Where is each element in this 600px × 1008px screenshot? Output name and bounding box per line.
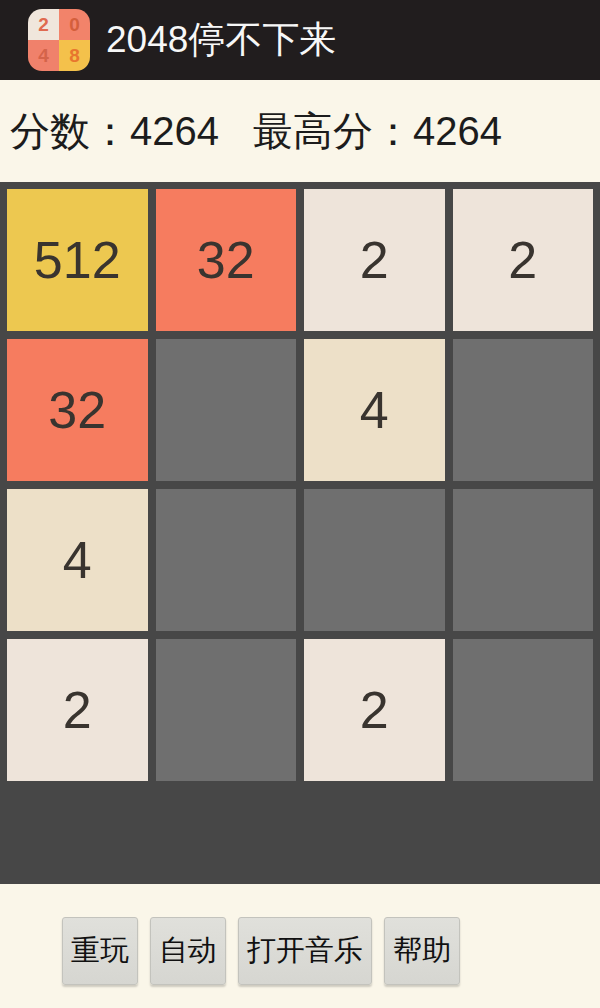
cell-r2c1-tile-32: 32 <box>7 339 148 481</box>
cell-r4c4-empty <box>453 639 594 781</box>
app-icon-quadrant-0: 0 <box>59 9 90 40</box>
best-score-group: 最高分：4264 <box>253 104 502 159</box>
board-grid: 5123222324422 <box>7 189 593 781</box>
music-toggle-button[interactable]: 打开音乐 <box>238 917 372 985</box>
cell-r2c4-empty <box>453 339 594 481</box>
score-row: 分数：4264 最高分：4264 <box>0 80 600 182</box>
cell-r3c2-empty <box>156 489 297 631</box>
cell-r2c2-empty <box>156 339 297 481</box>
auto-button[interactable]: 自动 <box>150 917 226 985</box>
replay-button[interactable]: 重玩 <box>62 917 138 985</box>
cell-r1c1-tile-512: 512 <box>7 189 148 331</box>
best-score-label: 最高分： <box>253 109 413 153</box>
title-bar: 2 0 4 8 2048停不下来 <box>0 0 600 80</box>
app-screen: 2 0 4 8 2048停不下来 分数：4264 最高分：4264 512322… <box>0 0 600 1008</box>
app-icon-quadrant-4: 4 <box>28 40 59 71</box>
cell-r2c3-tile-4: 4 <box>304 339 445 481</box>
score-group: 分数：4264 <box>10 104 219 159</box>
help-button[interactable]: 帮助 <box>384 917 460 985</box>
controls-bar: 重玩 自动 打开音乐 帮助 <box>0 884 600 1008</box>
best-score-value: 4264 <box>413 109 502 153</box>
cell-r3c4-empty <box>453 489 594 631</box>
game-board[interactable]: 5123222324422 <box>0 182 600 884</box>
score-value: 4264 <box>130 109 219 153</box>
app-icon: 2 0 4 8 <box>28 9 90 71</box>
cell-r3c3-empty <box>304 489 445 631</box>
cell-r1c3-tile-2: 2 <box>304 189 445 331</box>
app-icon-quadrant-8: 8 <box>59 40 90 71</box>
cell-r4c2-empty <box>156 639 297 781</box>
cell-r4c1-tile-2: 2 <box>7 639 148 781</box>
app-icon-quadrant-2: 2 <box>28 9 59 40</box>
score-label: 分数： <box>10 109 130 153</box>
cell-r1c2-tile-32: 32 <box>156 189 297 331</box>
app-title: 2048停不下来 <box>106 15 336 65</box>
cell-r1c4-tile-2: 2 <box>453 189 594 331</box>
cell-r4c3-tile-2: 2 <box>304 639 445 781</box>
cell-r3c1-tile-4: 4 <box>7 489 148 631</box>
